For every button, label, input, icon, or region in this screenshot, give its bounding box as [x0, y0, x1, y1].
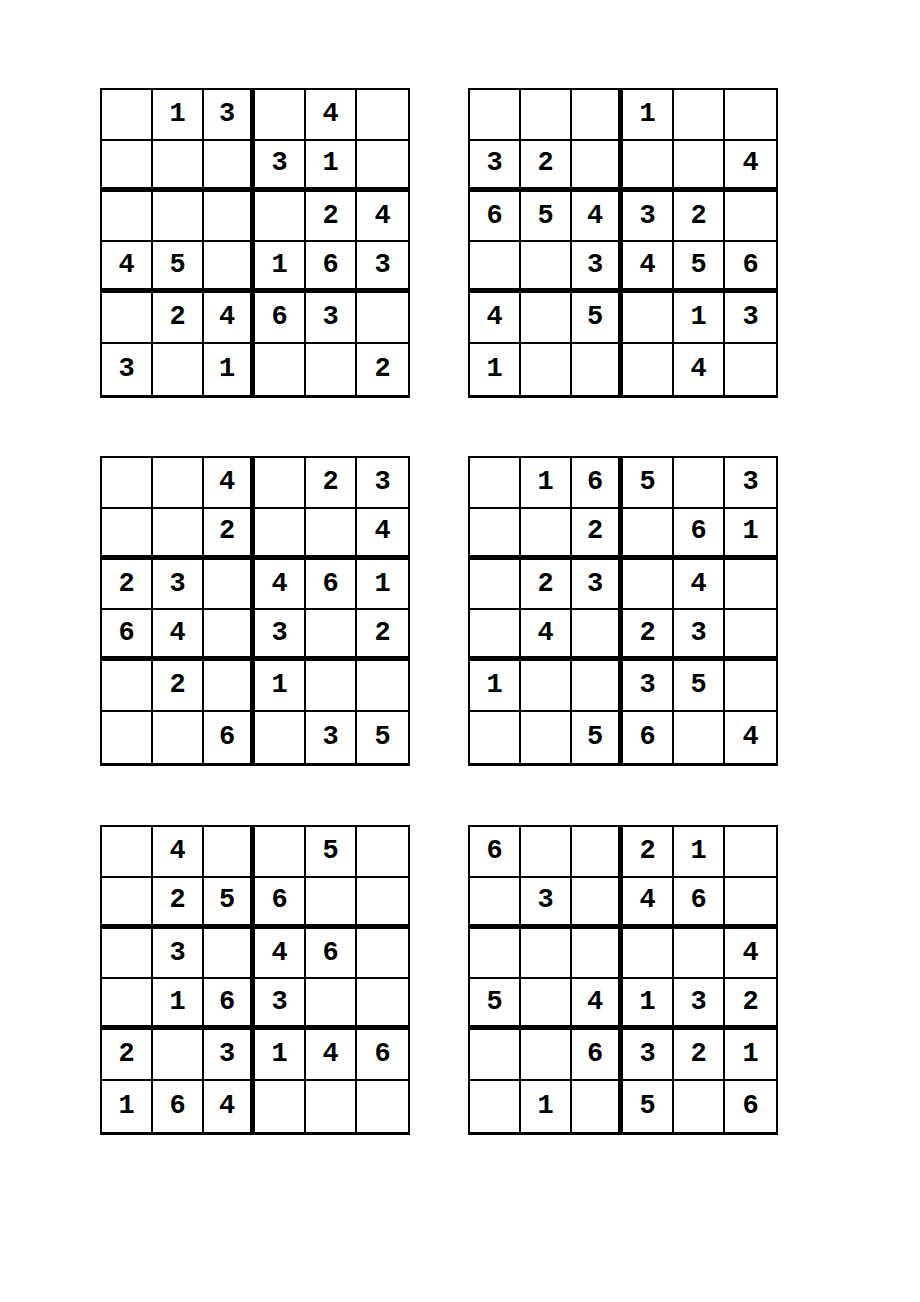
cell-r3c1: 6: [470, 192, 521, 243]
cell-r1c3: 6: [572, 458, 623, 509]
cell-r1c2: 1: [521, 458, 572, 509]
cell-r5c1: 2: [102, 1030, 153, 1081]
cell-r3c5: 6: [306, 560, 357, 611]
cell-r4c2: 1: [153, 979, 204, 1030]
cell-r1c2: 4: [153, 827, 204, 878]
cell-r1c4: [255, 827, 306, 878]
cell-r4c1: 5: [470, 979, 521, 1030]
cell-r6c4: [255, 344, 306, 395]
cell-r4c3: [572, 610, 623, 661]
cell-r2c5: 1: [306, 141, 357, 192]
cell-r1c3: [204, 827, 255, 878]
cell-r4c1: [470, 610, 521, 661]
cell-r6c1: [470, 1081, 521, 1132]
cell-r6c3: [572, 1081, 623, 1132]
cell-r4c2: [521, 242, 572, 293]
cell-r6c1: 3: [102, 344, 153, 395]
cell-r2c4: [623, 509, 674, 560]
cell-r5c5: [306, 661, 357, 712]
cell-r5c6: 3: [725, 293, 776, 344]
cell-r2c1: [102, 878, 153, 929]
cell-r2c5: [306, 509, 357, 560]
sudoku-board-3: 4232423461643221635: [100, 456, 410, 766]
cell-r4c4: 2: [623, 610, 674, 661]
cell-r3c4: 4: [255, 560, 306, 611]
cell-r4c6: 2: [725, 979, 776, 1030]
cell-r4c5: [306, 979, 357, 1030]
cell-r2c1: 3: [470, 141, 521, 192]
cell-r1c6: 3: [357, 458, 408, 509]
cell-r5c1: [102, 661, 153, 712]
cell-r1c4: 5: [623, 458, 674, 509]
cell-r1c1: 6: [470, 827, 521, 878]
cell-r5c6: 1: [725, 1030, 776, 1081]
cell-r4c5: [306, 610, 357, 661]
cell-r5c3: [572, 661, 623, 712]
cell-r4c3: 3: [572, 242, 623, 293]
cell-r3c5: [674, 929, 725, 980]
cell-r3c3: [204, 560, 255, 611]
cell-r2c3: 2: [572, 509, 623, 560]
sudoku-board-1: 1343124451632463312: [100, 88, 410, 398]
cell-r3c3: 4: [572, 192, 623, 243]
cell-r1c1: [102, 458, 153, 509]
cell-r1c5: [674, 458, 725, 509]
cell-r2c6: [725, 878, 776, 929]
cell-r5c4: 1: [255, 661, 306, 712]
sudoku-board-2: 1324654323456451314: [468, 88, 778, 398]
cell-r5c5: 1: [674, 293, 725, 344]
cell-r5c2: 2: [153, 661, 204, 712]
cell-r2c4: 6: [255, 878, 306, 929]
cell-r3c4: 3: [623, 192, 674, 243]
cell-r3c1: 2: [102, 560, 153, 611]
cell-r5c2: [521, 293, 572, 344]
cell-r5c4: 1: [255, 1030, 306, 1081]
cell-r5c6: [725, 661, 776, 712]
cell-r4c5: 5: [674, 242, 725, 293]
cell-r4c4: 1: [623, 979, 674, 1030]
cell-r6c2: [153, 344, 204, 395]
cell-r6c3: 6: [204, 712, 255, 763]
cell-r4c6: 3: [357, 242, 408, 293]
cell-r6c4: 5: [623, 1081, 674, 1132]
cell-r6c3: [572, 344, 623, 395]
cell-r6c6: 5: [357, 712, 408, 763]
cell-r4c6: [357, 979, 408, 1030]
cell-r2c2: 3: [521, 878, 572, 929]
cell-r2c6: 4: [357, 509, 408, 560]
cell-r5c4: 3: [623, 1030, 674, 1081]
cell-r2c6: 4: [725, 141, 776, 192]
cell-r6c2: 1: [521, 1081, 572, 1132]
cell-r3c4: 4: [255, 929, 306, 980]
cell-r3c3: [572, 929, 623, 980]
cell-r4c4: 1: [255, 242, 306, 293]
cell-r1c4: 1: [623, 90, 674, 141]
cell-r2c3: 2: [204, 509, 255, 560]
cell-r1c5: 4: [306, 90, 357, 141]
cell-r5c4: 3: [623, 661, 674, 712]
cell-r4c1: [470, 242, 521, 293]
cell-r1c4: 2: [623, 827, 674, 878]
cell-r3c6: 4: [357, 192, 408, 243]
cell-r5c2: [521, 1030, 572, 1081]
cell-r1c5: 5: [306, 827, 357, 878]
cell-r5c6: [357, 293, 408, 344]
cell-r4c3: [204, 242, 255, 293]
cell-r5c4: [623, 293, 674, 344]
cell-r2c4: [255, 509, 306, 560]
cell-r3c4: [255, 192, 306, 243]
cell-r6c1: 1: [470, 344, 521, 395]
cell-r3c2: 3: [153, 560, 204, 611]
cell-r5c1: [470, 1030, 521, 1081]
cell-r1c6: [725, 90, 776, 141]
cell-r5c5: 2: [674, 1030, 725, 1081]
cell-r1c4: [255, 458, 306, 509]
cell-r6c5: [674, 1081, 725, 1132]
cell-r5c1: 4: [470, 293, 521, 344]
cell-r6c4: 6: [623, 712, 674, 763]
cell-r1c1: [102, 827, 153, 878]
cell-r2c4: [623, 141, 674, 192]
cell-r3c3: 3: [572, 560, 623, 611]
cell-r1c2: [521, 90, 572, 141]
cell-r6c3: 5: [572, 712, 623, 763]
cell-r4c4: 3: [255, 610, 306, 661]
cell-r3c2: [521, 929, 572, 980]
cell-r1c2: [153, 458, 204, 509]
cell-r2c2: 2: [153, 878, 204, 929]
cell-r6c1: 1: [102, 1081, 153, 1132]
cell-r3c2: 2: [521, 560, 572, 611]
cell-r3c3: [204, 929, 255, 980]
cell-r5c3: 3: [204, 1030, 255, 1081]
cell-r2c4: 3: [255, 141, 306, 192]
cell-r4c2: 5: [153, 242, 204, 293]
cell-r3c3: [204, 192, 255, 243]
cell-r3c5: 2: [306, 192, 357, 243]
cell-r4c3: [204, 610, 255, 661]
sudoku-worksheet-page: 1343124451632463312 1324654323456451314 …: [0, 0, 920, 1302]
cell-r4c4: 3: [255, 979, 306, 1030]
cell-r2c5: 6: [674, 509, 725, 560]
cell-r6c4: [255, 1081, 306, 1132]
cell-r1c3: 4: [204, 458, 255, 509]
cell-r2c6: [357, 878, 408, 929]
cell-r4c2: [521, 979, 572, 1030]
cell-r5c3: 6: [572, 1030, 623, 1081]
cell-r6c4: [623, 344, 674, 395]
cell-r1c3: [572, 827, 623, 878]
cell-r4c2: 4: [521, 610, 572, 661]
cell-r3c5: 4: [674, 560, 725, 611]
cell-r5c6: [357, 661, 408, 712]
cell-r5c3: [204, 661, 255, 712]
cell-r6c3: 4: [204, 1081, 255, 1132]
cell-r4c1: 4: [102, 242, 153, 293]
cell-r1c1: [102, 90, 153, 141]
sudoku-board-6: 6213464541326321156: [468, 825, 778, 1135]
cell-r6c1: [470, 712, 521, 763]
cell-r1c1: [470, 458, 521, 509]
cell-r3c2: 5: [521, 192, 572, 243]
cell-r2c1: [102, 509, 153, 560]
cell-r4c3: 6: [204, 979, 255, 1030]
sudoku-board-4: 1653261234423135564: [468, 456, 778, 766]
cell-r1c6: [357, 827, 408, 878]
cell-r3c2: [153, 192, 204, 243]
cell-r1c5: [674, 90, 725, 141]
cell-r1c6: [357, 90, 408, 141]
cell-r3c6: [725, 192, 776, 243]
cell-r2c4: 4: [623, 878, 674, 929]
cell-r1c4: [255, 90, 306, 141]
cell-r6c6: [357, 1081, 408, 1132]
cell-r5c1: [102, 293, 153, 344]
cell-r3c6: [725, 560, 776, 611]
cell-r3c4: [623, 560, 674, 611]
cell-r6c1: [102, 712, 153, 763]
cell-r5c3: 5: [572, 293, 623, 344]
cell-r6c6: 6: [725, 1081, 776, 1132]
cell-r6c2: 6: [153, 1081, 204, 1132]
cell-r3c1: [470, 929, 521, 980]
cell-r6c5: 3: [306, 712, 357, 763]
cell-r3c6: 1: [357, 560, 408, 611]
cell-r2c3: [572, 141, 623, 192]
cell-r4c1: 6: [102, 610, 153, 661]
cell-r3c6: 4: [725, 929, 776, 980]
cell-r3c1: [102, 192, 153, 243]
cell-r2c3: [204, 141, 255, 192]
cell-r5c4: 6: [255, 293, 306, 344]
cell-r2c1: [102, 141, 153, 192]
cell-r2c5: [306, 878, 357, 929]
cell-r3c6: [357, 929, 408, 980]
cell-r4c3: 4: [572, 979, 623, 1030]
cell-r4c5: 3: [674, 610, 725, 661]
cell-r6c5: [306, 1081, 357, 1132]
cell-r6c6: [725, 344, 776, 395]
cell-r2c3: 5: [204, 878, 255, 929]
cell-r4c5: 6: [306, 242, 357, 293]
cell-r2c6: 1: [725, 509, 776, 560]
cell-r2c5: 6: [674, 878, 725, 929]
cell-r6c5: 4: [674, 344, 725, 395]
cell-r2c2: [153, 509, 204, 560]
cell-r3c1: [470, 560, 521, 611]
cell-r5c6: 6: [357, 1030, 408, 1081]
cell-r2c5: [674, 141, 725, 192]
cell-r2c2: 2: [521, 141, 572, 192]
cell-r3c5: 2: [674, 192, 725, 243]
cell-r2c1: [470, 878, 521, 929]
cell-r3c1: [102, 929, 153, 980]
cell-r2c3: [572, 878, 623, 929]
cell-r1c5: 1: [674, 827, 725, 878]
cell-r1c2: 1: [153, 90, 204, 141]
cell-r1c5: 2: [306, 458, 357, 509]
cell-r6c5: [674, 712, 725, 763]
cell-r2c1: [470, 509, 521, 560]
cell-r5c2: [153, 1030, 204, 1081]
cell-r1c6: [725, 827, 776, 878]
cell-r5c5: 4: [306, 1030, 357, 1081]
cell-r1c1: [470, 90, 521, 141]
cell-r6c4: [255, 712, 306, 763]
cell-r1c2: [521, 827, 572, 878]
cell-r1c3: 3: [204, 90, 255, 141]
cell-r4c6: 2: [357, 610, 408, 661]
cell-r6c6: 4: [725, 712, 776, 763]
cell-r2c2: [521, 509, 572, 560]
cell-r5c5: 5: [674, 661, 725, 712]
sudoku-board-5: 4525634616323146164: [100, 825, 410, 1135]
cell-r5c5: 3: [306, 293, 357, 344]
cell-r5c2: 2: [153, 293, 204, 344]
cell-r3c5: 6: [306, 929, 357, 980]
cell-r4c6: 6: [725, 242, 776, 293]
cell-r4c6: [725, 610, 776, 661]
cell-r6c2: [521, 344, 572, 395]
cell-r1c3: [572, 90, 623, 141]
cell-r4c1: [102, 979, 153, 1030]
cell-r4c5: 3: [674, 979, 725, 1030]
cell-r1c6: 3: [725, 458, 776, 509]
cell-r2c2: [153, 141, 204, 192]
cell-r5c2: [521, 661, 572, 712]
cell-r4c2: 4: [153, 610, 204, 661]
cell-r2c6: [357, 141, 408, 192]
cell-r5c3: 4: [204, 293, 255, 344]
cell-r6c2: [153, 712, 204, 763]
cell-r5c1: 1: [470, 661, 521, 712]
cell-r6c3: 1: [204, 344, 255, 395]
cell-r4c4: 4: [623, 242, 674, 293]
cell-r3c2: 3: [153, 929, 204, 980]
cell-r6c6: 2: [357, 344, 408, 395]
cell-r6c5: [306, 344, 357, 395]
cell-r6c2: [521, 712, 572, 763]
cell-r3c4: [623, 929, 674, 980]
